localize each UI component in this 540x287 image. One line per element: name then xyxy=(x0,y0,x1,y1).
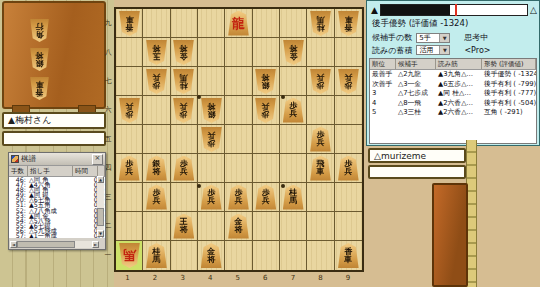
square-6三[interactable]: 歩兵 xyxy=(253,183,280,212)
square-8七[interactable]: 歩兵 xyxy=(307,67,334,96)
file-label-5: 5 xyxy=(224,274,251,282)
square-1一[interactable]: 馬 xyxy=(116,241,143,270)
piece-kanji: 車 xyxy=(316,168,324,176)
piece-kanji: 将 xyxy=(262,73,270,81)
kifu-titlebar[interactable]: 棋譜 × xyxy=(9,153,105,166)
square-3三[interactable] xyxy=(171,183,198,212)
piece-桂馬-sente[interactable]: 桂馬 xyxy=(310,11,331,36)
piece-歩兵-sente[interactable]: 歩兵 xyxy=(173,98,194,123)
square-3五[interactable] xyxy=(171,125,198,154)
piece-銀将-gote[interactable]: 銀将 xyxy=(146,156,167,181)
piece-kanji: 将 xyxy=(207,256,215,264)
piece-kanji: 将 xyxy=(180,44,188,52)
shogi-board[interactable]: 香車龍桂馬香車玉将金将金将歩兵桂馬銀将歩兵歩兵歩兵歩兵銀将歩兵歩兵歩兵歩兵歩兵銀… xyxy=(114,7,364,272)
piece-歩兵-sente[interactable]: 歩兵 xyxy=(255,98,276,123)
kifu-move-list[interactable]: 46:△同 角0秒47:▲4六角0秒48:△同 角0秒49:▲同 銀0秒50:△… xyxy=(9,177,105,238)
square-6二[interactable] xyxy=(253,212,280,241)
piece-馬-sente[interactable]: 馬 xyxy=(119,243,140,268)
square-2六[interactable] xyxy=(143,96,170,125)
rank-label-五: 五 xyxy=(103,134,113,144)
chevron-down-icon[interactable]: ▼ xyxy=(439,34,449,42)
candidate-table-body[interactable]: 最善手△2九龍▲3九角△…後手優勢 ( -1324)次善手△3一金▲6五歩△…後… xyxy=(370,70,536,118)
piece-kanji: 行 xyxy=(36,23,44,31)
square-3八[interactable]: 金将 xyxy=(171,38,198,67)
square-4三[interactable]: 歩兵 xyxy=(198,183,225,212)
evaluation-bar-row: ▲ △ xyxy=(371,4,537,16)
square-7四[interactable] xyxy=(280,154,307,183)
square-5六[interactable] xyxy=(225,96,252,125)
candidate-line: ▲3九角△… xyxy=(436,70,482,80)
candidate-row[interactable]: 5△3三桂▲2六香△…互角 ( -291) xyxy=(370,108,536,118)
piece-香車-sente[interactable]: 香車 xyxy=(338,11,359,36)
candidate-rank: 5 xyxy=(370,108,396,118)
piece-kanji: 将 xyxy=(36,52,44,60)
kifu-col-time: 時間 xyxy=(73,166,98,176)
square-7六[interactable]: 歩兵 xyxy=(280,96,307,125)
piece-歩兵-sente[interactable]: 歩兵 xyxy=(310,69,331,94)
scroll-right-icon[interactable]: ► xyxy=(92,241,99,248)
piece-kanji: 銀 xyxy=(207,110,215,118)
evaluation-bar xyxy=(380,4,528,16)
candidate-moves-table: 順位 候補手 読み筋 形勢 (評価値) 最善手△2九龍▲3九角△…後手優勢 ( … xyxy=(369,58,537,144)
piece-歩兵-gote[interactable]: 歩兵 xyxy=(119,156,140,181)
piece-金将-sente[interactable]: 金将 xyxy=(173,40,194,65)
hscroll-track xyxy=(75,241,92,248)
piece-歩兵-sente[interactable]: 歩兵 xyxy=(119,98,140,123)
square-9二[interactable] xyxy=(335,212,362,241)
piece-kanji: 将 xyxy=(289,44,297,52)
square-6六[interactable]: 歩兵 xyxy=(253,96,280,125)
sente-komadai: 角行銀将香車 xyxy=(2,1,106,109)
piece-kanji: 将 xyxy=(152,44,160,52)
piece-kanji: 兵 xyxy=(234,197,242,205)
piece-kanji: 兵 xyxy=(180,102,188,110)
setting-row-1: 読みの蓄積活用▼<Pro> xyxy=(372,45,490,56)
piece-飛車-gote[interactable]: 飛車 xyxy=(310,156,331,181)
scroll-up-icon[interactable]: ▲ xyxy=(97,176,104,183)
file-label-6: 6 xyxy=(252,274,279,282)
square-6四[interactable] xyxy=(253,154,280,183)
candidate-move: △3三桂 xyxy=(396,108,436,118)
square-3二[interactable]: 王将 xyxy=(171,212,198,241)
piece-kanji: 兵 xyxy=(125,102,133,110)
square-4一[interactable]: 金将 xyxy=(198,241,225,270)
piece-歩兵-sente[interactable]: 歩兵 xyxy=(201,127,222,152)
evaluation-bar-marker xyxy=(455,4,457,16)
square-4四[interactable] xyxy=(198,154,225,183)
piece-kanji: 車 xyxy=(125,15,133,23)
chevron-down-icon[interactable]: ▼ xyxy=(439,46,449,54)
piece-桂馬-sente[interactable]: 桂馬 xyxy=(173,69,194,94)
square-8三[interactable] xyxy=(307,183,334,212)
square-5九[interactable]: 龍 xyxy=(225,9,252,38)
file-label-9: 9 xyxy=(334,274,361,282)
candidate-move: △2九龍 xyxy=(396,70,436,80)
candidate-line: ▲同 桂△… xyxy=(436,89,482,99)
piece-kanji: 将 xyxy=(152,168,160,176)
piece-歩兵-gote[interactable]: 歩兵 xyxy=(173,156,194,181)
square-2三[interactable]: 歩兵 xyxy=(143,183,170,212)
candidate-eval: 後手有利 ( -504) xyxy=(482,99,536,109)
piece-kanji: 兵 xyxy=(152,197,160,205)
piece-金将-sente[interactable]: 金将 xyxy=(283,40,304,65)
dropdown-value: 活用 xyxy=(417,46,439,54)
piece-kanji: 馬 xyxy=(289,197,297,205)
piece-kanji: 歩 xyxy=(125,110,133,118)
file-label-8: 8 xyxy=(307,274,334,282)
square-9七[interactable]: 歩兵 xyxy=(335,67,362,96)
setting-label: 候補手の数 xyxy=(372,32,412,43)
candidate-row[interactable]: 最善手△2九龍▲3九角△…後手優勢 ( -1324) xyxy=(370,70,536,80)
piece-金将-gote[interactable]: 金将 xyxy=(228,214,249,239)
square-1八[interactable] xyxy=(116,38,143,67)
square-9八[interactable] xyxy=(335,38,362,67)
piece-kanji: 歩 xyxy=(152,81,160,89)
square-8二[interactable] xyxy=(307,212,334,241)
col-rank: 順位 xyxy=(370,59,396,69)
piece-kanji: 車 xyxy=(344,256,352,264)
square-1六[interactable]: 歩兵 xyxy=(116,96,143,125)
square-5一[interactable] xyxy=(225,241,252,270)
star-point xyxy=(281,184,285,188)
piece-kanji: 桂 xyxy=(316,23,324,31)
square-2二[interactable] xyxy=(143,212,170,241)
piece-kanji: 馬 xyxy=(316,15,324,23)
square-9九[interactable]: 香車 xyxy=(335,9,362,38)
candidate-row[interactable]: 3△7七歩成▲同 桂△…後手有利 ( -777) xyxy=(370,89,536,99)
square-5八[interactable] xyxy=(225,38,252,67)
shogi-app-window: 角行銀将香車 ▲梅村さん 香車龍桂馬香車玉将金将金将歩兵桂馬銀将歩兵歩兵歩兵歩兵… xyxy=(0,0,540,287)
square-1五[interactable] xyxy=(116,125,143,154)
move-text: ▲1一角成 xyxy=(26,233,78,238)
candidate-eval: 後手優勢 ( -1324) xyxy=(482,70,536,80)
piece-kanji: 将 xyxy=(180,226,188,234)
square-3九[interactable] xyxy=(171,9,198,38)
piece-桂馬-gote[interactable]: 桂馬 xyxy=(283,185,304,210)
square-7七[interactable] xyxy=(280,67,307,96)
candidate-row[interactable]: 次善手△3一金▲6五歩△…後手有利 ( -799) xyxy=(370,80,536,90)
square-5七[interactable] xyxy=(225,67,252,96)
square-6一[interactable] xyxy=(253,241,280,270)
piece-kanji: 兵 xyxy=(316,73,324,81)
piece-歩兵-gote[interactable]: 歩兵 xyxy=(228,185,249,210)
square-9四[interactable]: 歩兵 xyxy=(335,154,362,183)
piece-銀将-sente[interactable]: 銀将 xyxy=(255,69,276,94)
scroll-left-icon[interactable]: ◄ xyxy=(10,241,17,248)
piece-kanji: 歩 xyxy=(316,81,324,89)
close-icon[interactable]: × xyxy=(92,154,103,165)
square-9五[interactable] xyxy=(335,125,362,154)
piece-歩兵-gote[interactable]: 歩兵 xyxy=(283,98,304,123)
square-6五[interactable] xyxy=(253,125,280,154)
hscroll-thumb[interactable] xyxy=(17,241,75,248)
piece-玉将-sente[interactable]: 玉将 xyxy=(146,40,167,65)
piece-歩兵-gote[interactable]: 歩兵 xyxy=(310,127,331,152)
piece-桂馬-gote[interactable]: 桂馬 xyxy=(146,243,167,268)
piece-kanji: 歩 xyxy=(344,81,352,89)
square-3四[interactable]: 歩兵 xyxy=(171,154,198,183)
square-1三[interactable] xyxy=(116,183,143,212)
setting-dropdown[interactable]: 5手▼ xyxy=(416,33,450,43)
square-3一[interactable] xyxy=(171,241,198,270)
square-7五[interactable] xyxy=(280,125,307,154)
kifu-horizontal-scrollbar[interactable]: ◄ ► xyxy=(10,241,99,248)
square-4七[interactable] xyxy=(198,67,225,96)
sente-player-label: ▲梅村さん xyxy=(2,112,106,129)
square-5五[interactable] xyxy=(225,125,252,154)
col-candidate: 候補手 xyxy=(396,59,436,69)
candidate-eval: 後手有利 ( -799) xyxy=(482,80,536,90)
analysis-panel: ▲ △ 後手優勢 (評価値 -1324) 候補手の数5手▼思考中読みの蓄積活用▼… xyxy=(366,0,540,146)
sente-triangle-icon: ▲ xyxy=(371,5,378,15)
evaluation-bar-fill xyxy=(381,5,450,15)
square-9六[interactable] xyxy=(335,96,362,125)
piece-kanji: 兵 xyxy=(262,102,270,110)
piece-kanji: 車 xyxy=(344,15,352,23)
piece-銀将-sente[interactable]: 銀将 xyxy=(201,98,222,123)
piece-金将-gote[interactable]: 金将 xyxy=(201,243,222,268)
piece-王将-gote[interactable]: 王将 xyxy=(173,214,194,239)
square-7九[interactable] xyxy=(280,9,307,38)
candidate-eval: 互角 ( -291) xyxy=(482,108,536,118)
setting-row-0: 候補手の数5手▼思考中 xyxy=(372,32,488,43)
square-5四[interactable] xyxy=(225,154,252,183)
square-4五[interactable]: 歩兵 xyxy=(198,125,225,154)
square-8九[interactable]: 桂馬 xyxy=(307,9,334,38)
kifu-window-title: 棋譜 xyxy=(21,154,92,164)
kifu-header-row: 手数 指し手 時間 xyxy=(9,166,105,177)
file-label-7: 7 xyxy=(279,274,306,282)
kifu-row[interactable]: 57:▲1一角成0秒 xyxy=(9,233,105,238)
rank-label-六: 六 xyxy=(103,105,113,115)
piece-kanji: 銀 xyxy=(36,60,44,68)
piece-kanji: 兵 xyxy=(125,168,133,176)
kifu-vertical-scrollbar[interactable]: ▲ ▼ xyxy=(97,176,104,237)
piece-kanji: 馬 xyxy=(152,256,160,264)
square-1七[interactable] xyxy=(116,67,143,96)
piece-歩兵-gote[interactable]: 歩兵 xyxy=(146,185,167,210)
square-7八[interactable]: 金将 xyxy=(280,38,307,67)
kifu-col-move: 指し手 xyxy=(28,166,73,176)
piece-kanji: 兵 xyxy=(207,131,215,139)
sente-time-box xyxy=(2,131,106,146)
piece-kanji: 金 xyxy=(180,52,188,60)
setting-dropdown[interactable]: 活用▼ xyxy=(416,45,450,55)
candidate-eval: 後手有利 ( -777) xyxy=(482,89,536,99)
candidate-move: △8一飛 xyxy=(396,99,436,109)
scroll-down-icon[interactable]: ▼ xyxy=(97,230,104,237)
piece-kanji: 馬 xyxy=(180,73,188,81)
piece-kanji: 兵 xyxy=(152,73,160,81)
gote-time-box xyxy=(368,165,466,179)
piece-kanji: 兵 xyxy=(344,73,352,81)
kifu-window: 棋譜 × 手数 指し手 時間 46:△同 角0秒47:▲4六角0秒48:△同 角… xyxy=(8,152,106,250)
piece-歩兵-gote[interactable]: 歩兵 xyxy=(201,185,222,210)
piece-kanji: 歩 xyxy=(180,110,188,118)
square-8四[interactable]: 飛車 xyxy=(307,154,334,183)
square-8八[interactable] xyxy=(307,38,334,67)
piece-kanji: 兵 xyxy=(316,139,324,147)
col-line: 読み筋 xyxy=(436,59,482,69)
gote-komadai xyxy=(432,183,468,287)
piece-kanji: 将 xyxy=(234,226,242,234)
square-3七[interactable]: 桂馬 xyxy=(171,67,198,96)
piece-kanji: 桂 xyxy=(180,81,188,89)
square-8五[interactable]: 歩兵 xyxy=(307,125,334,154)
piece-歩兵-sente[interactable]: 歩兵 xyxy=(146,69,167,94)
sente-player-name: ▲梅村さん xyxy=(8,114,51,127)
candidate-rank: 3 xyxy=(370,89,396,99)
square-8一[interactable] xyxy=(307,241,334,270)
square-1九[interactable]: 香車 xyxy=(116,9,143,38)
move-number: 57: xyxy=(9,233,26,238)
square-5三[interactable]: 歩兵 xyxy=(225,183,252,212)
candidate-move: △7七歩成 xyxy=(396,89,436,99)
kifu-window-icon xyxy=(11,155,19,163)
piece-香車-gote[interactable]: 香車 xyxy=(338,243,359,268)
candidate-line: ▲6五歩△… xyxy=(436,80,482,90)
candidate-line: ▲2六香△… xyxy=(436,108,482,118)
square-1四[interactable]: 歩兵 xyxy=(116,154,143,183)
piece-kanji: 金 xyxy=(289,52,297,60)
dropdown-value: 5手 xyxy=(417,34,439,42)
piece-歩兵-gote[interactable]: 歩兵 xyxy=(255,185,276,210)
square-4六[interactable]: 銀将 xyxy=(198,96,225,125)
piece-kanji: 香 xyxy=(36,89,44,97)
piece-kanji: 香 xyxy=(125,23,133,31)
square-4八[interactable] xyxy=(198,38,225,67)
candidate-rank: 最善手 xyxy=(370,70,396,80)
square-5二[interactable]: 金将 xyxy=(225,212,252,241)
piece-kanji: 玉 xyxy=(152,52,160,60)
square-2五[interactable] xyxy=(143,125,170,154)
square-6七[interactable]: 銀将 xyxy=(253,67,280,96)
square-9一[interactable]: 香車 xyxy=(335,241,362,270)
piece-kanji: 歩 xyxy=(262,110,270,118)
rank-label-九: 九 xyxy=(103,18,113,28)
rank-label-一: 一 xyxy=(103,250,113,260)
square-4二[interactable] xyxy=(198,212,225,241)
piece-kanji: 兵 xyxy=(262,197,270,205)
rank-label-八: 八 xyxy=(103,47,113,57)
square-4九[interactable] xyxy=(198,9,225,38)
candidate-rank: 4 xyxy=(370,99,396,109)
file-label-1: 1 xyxy=(114,274,141,282)
setting-label: 読みの蓄積 xyxy=(372,45,412,56)
square-6九[interactable] xyxy=(253,9,280,38)
piece-龍-gote[interactable]: 龍 xyxy=(228,11,249,36)
gote-player-name: △murizeme xyxy=(374,151,426,161)
file-label-3: 3 xyxy=(169,274,196,282)
candidate-move: △3一金 xyxy=(396,80,436,90)
evaluation-status-text: 後手優勢 (評価値 -1324) xyxy=(372,18,468,30)
square-1二[interactable] xyxy=(116,212,143,241)
square-2一[interactable]: 桂馬 xyxy=(143,241,170,270)
piece-銀将-sente[interactable]: 銀将 xyxy=(30,48,49,71)
square-8六[interactable] xyxy=(307,96,334,125)
piece-kanji: 兵 xyxy=(344,168,352,176)
kifu-col-movenum: 手数 xyxy=(9,166,28,176)
piece-kanji: 香 xyxy=(344,23,352,31)
vscroll-thumb[interactable] xyxy=(97,208,104,226)
candidate-table-header: 順位 候補手 読み筋 形勢 (評価値) xyxy=(370,59,536,70)
candidate-line: ▲2六香△… xyxy=(436,99,482,109)
square-6八[interactable] xyxy=(253,38,280,67)
piece-kanji: 兵 xyxy=(207,197,215,205)
piece-kanji: 龍 xyxy=(232,17,245,30)
square-7一[interactable] xyxy=(280,241,307,270)
square-2四[interactable]: 銀将 xyxy=(143,154,170,183)
square-9三[interactable] xyxy=(335,183,362,212)
candidate-row[interactable]: 4△8一飛▲2六香△…後手有利 ( -504) xyxy=(370,99,536,109)
kifu-header-spacer xyxy=(98,166,105,176)
rank-label-七: 七 xyxy=(103,76,113,86)
candidate-rank: 次善手 xyxy=(370,80,396,90)
square-2七[interactable]: 歩兵 xyxy=(143,67,170,96)
square-2八[interactable]: 玉将 xyxy=(143,38,170,67)
piece-kanji: 馬 xyxy=(123,249,136,262)
file-label-2: 2 xyxy=(142,274,169,282)
gote-triangle-icon: △ xyxy=(530,5,537,15)
piece-角行-sente[interactable]: 角行 xyxy=(30,19,49,42)
piece-香車-sente[interactable]: 香車 xyxy=(30,77,49,100)
piece-kanji: 角 xyxy=(36,31,44,39)
piece-歩兵-sente[interactable]: 歩兵 xyxy=(338,69,359,94)
col-eval: 形勢 (評価値) xyxy=(482,59,536,69)
square-7二[interactable] xyxy=(280,212,307,241)
setting-side-text: 思考中 xyxy=(464,32,488,43)
piece-香車-sente[interactable]: 香車 xyxy=(119,11,140,36)
square-3六[interactable]: 歩兵 xyxy=(171,96,198,125)
piece-kanji: 歩 xyxy=(207,139,215,147)
piece-kanji: 将 xyxy=(207,102,215,110)
piece-歩兵-gote[interactable]: 歩兵 xyxy=(338,156,359,181)
file-label-4: 4 xyxy=(197,274,224,282)
piece-kanji: 兵 xyxy=(180,168,188,176)
square-2九[interactable] xyxy=(143,9,170,38)
piece-kanji: 兵 xyxy=(289,110,297,118)
gote-player-label: △murizeme xyxy=(368,148,466,163)
setting-side-text: <Pro> xyxy=(464,46,490,55)
piece-kanji: 車 xyxy=(36,81,44,89)
piece-kanji: 銀 xyxy=(262,81,270,89)
